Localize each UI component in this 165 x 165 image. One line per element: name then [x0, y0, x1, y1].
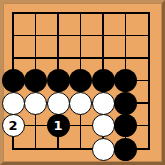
go-diagram: 21 — [0, 0, 165, 165]
go-stone-white-c4r5 — [69, 92, 92, 115]
go-stone-black-c5r4 — [92, 69, 115, 92]
go-stone-black-c6r5 — [114, 92, 137, 115]
grid-line-horizontal-3 — [12, 57, 149, 58]
go-stone-black-c6r6 — [114, 114, 137, 137]
go-stone-black-c6r7 — [114, 138, 137, 161]
grid-line-horizontal-2 — [12, 35, 149, 36]
grid-line-horizontal-1 — [12, 12, 149, 13]
go-stone-white-c5r5 — [92, 92, 115, 115]
go-stone-black-c6r4 — [114, 69, 137, 92]
go-stone-white-move-2-c1r6: 2 — [2, 114, 25, 137]
go-stone-white-c1r5 — [2, 92, 25, 115]
go-board-surface: 21 — [0, 0, 165, 165]
go-stone-black-c3r4 — [47, 69, 70, 92]
go-stone-white-c3r5 — [47, 92, 70, 115]
go-stone-white-c5r7 — [92, 138, 115, 161]
go-stone-black-c2r4 — [24, 69, 47, 92]
go-stone-black-move-1-c3r6: 1 — [47, 114, 70, 137]
go-stone-white-c5r6 — [92, 114, 115, 137]
go-stone-black-c4r4 — [69, 69, 92, 92]
go-stone-black-c1r4 — [2, 69, 25, 92]
go-stone-white-c2r5 — [24, 92, 47, 115]
